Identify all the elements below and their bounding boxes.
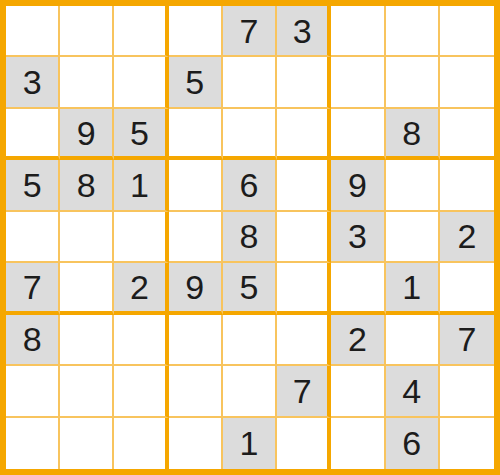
cell-r7c3-empty[interactable] (114, 315, 168, 366)
cell-r1c1-empty[interactable] (6, 6, 60, 57)
cell-r9c2-empty[interactable] (60, 418, 114, 469)
cell-r4c4-empty[interactable] (169, 160, 223, 211)
cell-r2c7-empty[interactable] (331, 57, 385, 108)
cell-r8c7-empty[interactable] (331, 366, 385, 417)
cell-r3c7-empty[interactable] (331, 109, 385, 160)
cell-r6c9-empty[interactable] (440, 263, 494, 314)
cell-r6c7-empty[interactable] (331, 263, 385, 314)
cell-r3c2-given[interactable]: 9 (60, 109, 114, 160)
cell-r7c8-empty[interactable] (386, 315, 440, 366)
cell-r2c1-given[interactable]: 3 (6, 57, 60, 108)
cell-r4c8-empty[interactable] (386, 160, 440, 211)
cell-r4c2-given[interactable]: 8 (60, 160, 114, 211)
cell-r2c9-empty[interactable] (440, 57, 494, 108)
cell-r8c6-given[interactable]: 7 (277, 366, 331, 417)
cell-r2c4-given[interactable]: 5 (169, 57, 223, 108)
sudoku-board: 733595858169832729518277416 (0, 0, 500, 475)
cell-r6c6-empty[interactable] (277, 263, 331, 314)
cell-r5c7-given[interactable]: 3 (331, 212, 385, 263)
cell-r7c7-given[interactable]: 2 (331, 315, 385, 366)
cell-r2c5-empty[interactable] (223, 57, 277, 108)
cell-r2c2-empty[interactable] (60, 57, 114, 108)
cell-r7c6-empty[interactable] (277, 315, 331, 366)
cell-r9c9-empty[interactable] (440, 418, 494, 469)
cell-r1c9-empty[interactable] (440, 6, 494, 57)
cell-r5c3-empty[interactable] (114, 212, 168, 263)
cell-r7c4-empty[interactable] (169, 315, 223, 366)
cell-r2c8-empty[interactable] (386, 57, 440, 108)
cell-r4c9-empty[interactable] (440, 160, 494, 211)
cell-r3c4-empty[interactable] (169, 109, 223, 160)
cell-r7c5-empty[interactable] (223, 315, 277, 366)
cell-r5c9-given[interactable]: 2 (440, 212, 494, 263)
cell-r1c7-empty[interactable] (331, 6, 385, 57)
cell-r4c1-given[interactable]: 5 (6, 160, 60, 211)
cell-r1c3-empty[interactable] (114, 6, 168, 57)
cell-r9c4-empty[interactable] (169, 418, 223, 469)
cell-r5c5-given[interactable]: 8 (223, 212, 277, 263)
cell-r5c2-empty[interactable] (60, 212, 114, 263)
cell-r5c6-empty[interactable] (277, 212, 331, 263)
cell-r6c1-given[interactable]: 7 (6, 263, 60, 314)
cell-r1c8-empty[interactable] (386, 6, 440, 57)
cell-r1c2-empty[interactable] (60, 6, 114, 57)
cell-r3c8-given[interactable]: 8 (386, 109, 440, 160)
cell-r3c1-empty[interactable] (6, 109, 60, 160)
cell-r5c8-empty[interactable] (386, 212, 440, 263)
cell-r2c6-empty[interactable] (277, 57, 331, 108)
cell-r6c2-empty[interactable] (60, 263, 114, 314)
cell-r8c5-empty[interactable] (223, 366, 277, 417)
cell-r9c1-empty[interactable] (6, 418, 60, 469)
cell-r7c2-empty[interactable] (60, 315, 114, 366)
cell-r8c8-given[interactable]: 4 (386, 366, 440, 417)
cell-r7c9-given[interactable]: 7 (440, 315, 494, 366)
cell-r4c5-given[interactable]: 6 (223, 160, 277, 211)
cell-r6c5-given[interactable]: 5 (223, 263, 277, 314)
cell-r9c3-empty[interactable] (114, 418, 168, 469)
cell-r3c9-empty[interactable] (440, 109, 494, 160)
cell-r2c3-empty[interactable] (114, 57, 168, 108)
cell-r7c1-given[interactable]: 8 (6, 315, 60, 366)
cell-r1c5-given[interactable]: 7 (223, 6, 277, 57)
cell-r8c1-empty[interactable] (6, 366, 60, 417)
cell-r3c5-empty[interactable] (223, 109, 277, 160)
cell-r4c3-given[interactable]: 1 (114, 160, 168, 211)
cell-r1c6-given[interactable]: 3 (277, 6, 331, 57)
cell-r6c4-given[interactable]: 9 (169, 263, 223, 314)
cell-r9c7-empty[interactable] (331, 418, 385, 469)
cell-r8c3-empty[interactable] (114, 366, 168, 417)
cell-r6c8-given[interactable]: 1 (386, 263, 440, 314)
cell-r5c1-empty[interactable] (6, 212, 60, 263)
cell-r3c6-empty[interactable] (277, 109, 331, 160)
cell-r8c4-empty[interactable] (169, 366, 223, 417)
cell-r9c5-given[interactable]: 1 (223, 418, 277, 469)
cell-r8c2-empty[interactable] (60, 366, 114, 417)
cell-r9c8-given[interactable]: 6 (386, 418, 440, 469)
cell-r1c4-empty[interactable] (169, 6, 223, 57)
cell-r4c6-empty[interactable] (277, 160, 331, 211)
cell-r5c4-empty[interactable] (169, 212, 223, 263)
cell-r9c6-empty[interactable] (277, 418, 331, 469)
cell-r6c3-given[interactable]: 2 (114, 263, 168, 314)
cell-r8c9-empty[interactable] (440, 366, 494, 417)
cell-r3c3-given[interactable]: 5 (114, 109, 168, 160)
cell-r4c7-given[interactable]: 9 (331, 160, 385, 211)
